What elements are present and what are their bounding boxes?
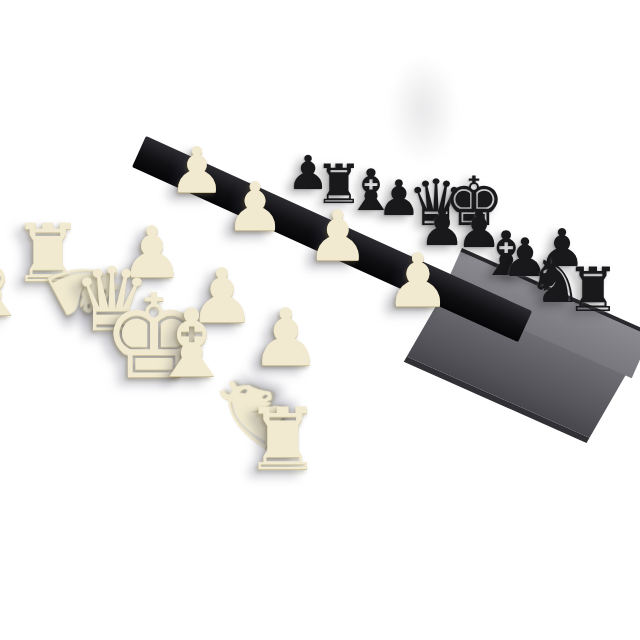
square-h1[interactable] xyxy=(320,406,383,470)
black-r-tray-12[interactable]: ♜ xyxy=(566,259,621,320)
white-p-e4[interactable]: ♟ xyxy=(307,201,370,271)
white-p-g4[interactable]: ♟ xyxy=(385,243,451,317)
chess-set-photo: ABCDEFGH 1234 ♟♜♝♟♛♟♚♟♝♟♟♞♜♟♟♟♟♟♟♟♜♞♛♚♝♞… xyxy=(0,0,640,640)
square-h2[interactable] xyxy=(342,365,405,429)
white-p-c4[interactable]: ♟ xyxy=(225,174,285,241)
photo-flare xyxy=(388,55,458,165)
file-label-h: H xyxy=(326,459,342,478)
white-p-a4[interactable]: ♟ xyxy=(169,139,225,202)
white-b-offboard-0[interactable]: ♝ xyxy=(0,246,29,328)
rank-label-1: 1 xyxy=(369,443,384,461)
white-p-f2[interactable]: ♟ xyxy=(251,299,322,378)
white-r-h1[interactable]: ♜ xyxy=(244,396,321,482)
square-g3[interactable] xyxy=(326,304,388,365)
rank-label-2: 2 xyxy=(392,401,407,419)
